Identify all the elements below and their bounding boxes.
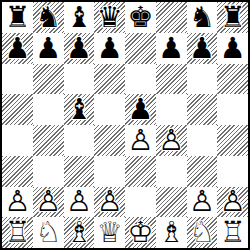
piece-black-rook[interactable]: ♜♜ — [217, 2, 248, 33]
square-a4[interactable] — [2, 125, 33, 156]
square-c8[interactable]: ♝♝ — [64, 2, 95, 33]
white-king-icon: ♔ — [125, 217, 156, 248]
square-e8[interactable]: ♚♚ — [125, 2, 156, 33]
white-pawn-icon: ♙ — [64, 187, 95, 218]
square-b7[interactable]: ♟♟ — [33, 33, 64, 64]
square-b4[interactable] — [33, 125, 64, 156]
square-b3[interactable] — [33, 156, 64, 187]
square-h8[interactable]: ♜♜ — [217, 2, 248, 33]
black-pawn-icon: ♟ — [187, 33, 218, 64]
piece-black-king[interactable]: ♚♚ — [125, 2, 156, 33]
white-pawn-icon: ♙ — [217, 187, 248, 218]
square-a8[interactable]: ♜♜ — [2, 2, 33, 33]
white-bishop-icon: ♗ — [64, 217, 95, 248]
square-d3[interactable] — [94, 156, 125, 187]
square-e3[interactable] — [125, 156, 156, 187]
black-queen-icon: ♛ — [94, 2, 125, 33]
piece-white-knight[interactable]: ♞♘ — [33, 217, 64, 248]
black-pawn-icon: ♟ — [125, 94, 156, 125]
square-b6[interactable] — [33, 64, 64, 95]
square-h6[interactable] — [217, 64, 248, 95]
white-pawn-icon: ♙ — [2, 187, 33, 218]
white-knight-icon: ♘ — [187, 217, 218, 248]
square-h2[interactable]: ♟♙ — [217, 187, 248, 218]
square-a3[interactable] — [2, 156, 33, 187]
black-rook-icon: ♜ — [217, 2, 248, 33]
white-pawn-icon: ♙ — [33, 187, 64, 218]
piece-white-pawn[interactable]: ♟♙ — [33, 187, 64, 218]
piece-black-pawn[interactable]: ♟♟ — [33, 33, 64, 64]
square-c4[interactable] — [64, 125, 95, 156]
piece-white-bishop[interactable]: ♝♗ — [64, 217, 95, 248]
piece-black-rook[interactable]: ♜♜ — [2, 2, 33, 33]
square-d7[interactable]: ♟♟ — [94, 33, 125, 64]
white-rook-icon: ♖ — [2, 217, 33, 248]
square-b2[interactable]: ♟♙ — [33, 187, 64, 218]
square-g7[interactable]: ♟♟ — [187, 33, 218, 64]
square-f8[interactable] — [156, 2, 187, 33]
square-d4[interactable] — [94, 125, 125, 156]
piece-white-rook[interactable]: ♜♖ — [2, 217, 33, 248]
square-c5[interactable]: ♝♝ — [64, 94, 95, 125]
piece-black-pawn[interactable]: ♟♟ — [125, 94, 156, 125]
square-a7[interactable]: ♟♟ — [2, 33, 33, 64]
black-pawn-icon: ♟ — [64, 33, 95, 64]
square-h1[interactable]: ♜♖ — [217, 217, 248, 248]
piece-black-pawn[interactable]: ♟♟ — [187, 33, 218, 64]
piece-white-pawn[interactable]: ♟♙ — [156, 125, 187, 156]
square-f3[interactable] — [156, 156, 187, 187]
piece-black-knight[interactable]: ♞♞ — [187, 2, 218, 33]
square-e2[interactable] — [125, 187, 156, 218]
square-f5[interactable] — [156, 94, 187, 125]
piece-white-pawn[interactable]: ♟♙ — [125, 125, 156, 156]
square-a6[interactable] — [2, 64, 33, 95]
square-g1[interactable]: ♞♘ — [187, 217, 218, 248]
square-d2[interactable]: ♟♙ — [94, 187, 125, 218]
piece-white-king[interactable]: ♚♔ — [125, 217, 156, 248]
square-c2[interactable]: ♟♙ — [64, 187, 95, 218]
piece-black-queen[interactable]: ♛♛ — [94, 2, 125, 33]
square-d8[interactable]: ♛♛ — [94, 2, 125, 33]
square-c3[interactable] — [64, 156, 95, 187]
square-d6[interactable] — [94, 64, 125, 95]
square-f1[interactable]: ♝♗ — [156, 217, 187, 248]
square-f2[interactable] — [156, 187, 187, 218]
square-f4[interactable]: ♟♙ — [156, 125, 187, 156]
piece-white-pawn[interactable]: ♟♙ — [217, 187, 248, 218]
black-bishop-icon: ♝ — [64, 2, 95, 33]
square-c7[interactable]: ♟♟ — [64, 33, 95, 64]
black-rook-icon: ♜ — [2, 2, 33, 33]
black-pawn-icon: ♟ — [217, 33, 248, 64]
white-pawn-icon: ♙ — [156, 125, 187, 156]
square-h3[interactable] — [217, 156, 248, 187]
piece-white-pawn[interactable]: ♟♙ — [94, 187, 125, 218]
black-pawn-icon: ♟ — [33, 33, 64, 64]
square-e6[interactable] — [125, 64, 156, 95]
piece-white-pawn[interactable]: ♟♙ — [64, 187, 95, 218]
square-d1[interactable]: ♛♕ — [94, 217, 125, 248]
white-rook-icon: ♖ — [217, 217, 248, 248]
white-queen-icon: ♕ — [94, 217, 125, 248]
piece-white-pawn[interactable]: ♟♙ — [187, 187, 218, 218]
black-pawn-icon: ♟ — [156, 33, 187, 64]
square-e7[interactable] — [125, 33, 156, 64]
square-g8[interactable]: ♞♞ — [187, 2, 218, 33]
piece-white-knight[interactable]: ♞♘ — [187, 217, 218, 248]
square-c6[interactable] — [64, 64, 95, 95]
black-pawn-icon: ♟ — [94, 33, 125, 64]
black-knight-icon: ♞ — [33, 2, 64, 33]
piece-black-pawn[interactable]: ♟♟ — [64, 33, 95, 64]
square-a2[interactable]: ♟♙ — [2, 187, 33, 218]
piece-black-pawn[interactable]: ♟♟ — [156, 33, 187, 64]
white-bishop-icon: ♗ — [156, 217, 187, 248]
piece-white-pawn[interactable]: ♟♙ — [2, 187, 33, 218]
white-pawn-icon: ♙ — [125, 125, 156, 156]
square-b5[interactable] — [33, 94, 64, 125]
piece-black-pawn[interactable]: ♟♟ — [2, 33, 33, 64]
piece-white-rook[interactable]: ♜♖ — [217, 217, 248, 248]
black-pawn-icon: ♟ — [2, 33, 33, 64]
square-f6[interactable] — [156, 64, 187, 95]
piece-white-queen[interactable]: ♛♕ — [94, 217, 125, 248]
square-b8[interactable]: ♞♞ — [33, 2, 64, 33]
chess-board: ♜♜♞♞♝♝♛♛♚♚♞♞♜♜♟♟♟♟♟♟♟♟♟♟♟♟♟♟♝♝♟♟♟♙♟♙♟♙♟♙… — [0, 0, 250, 250]
square-h4[interactable] — [217, 125, 248, 156]
square-h5[interactable] — [217, 94, 248, 125]
piece-black-bishop[interactable]: ♝♝ — [64, 2, 95, 33]
black-knight-icon: ♞ — [187, 2, 218, 33]
piece-white-bishop[interactable]: ♝♗ — [156, 217, 187, 248]
square-b1[interactable]: ♞♘ — [33, 217, 64, 248]
square-d5[interactable] — [94, 94, 125, 125]
white-knight-icon: ♘ — [33, 217, 64, 248]
square-a1[interactable]: ♜♖ — [2, 217, 33, 248]
white-pawn-icon: ♙ — [187, 187, 218, 218]
square-g4[interactable] — [187, 125, 218, 156]
square-h7[interactable]: ♟♟ — [217, 33, 248, 64]
piece-black-knight[interactable]: ♞♞ — [33, 2, 64, 33]
square-g5[interactable] — [187, 94, 218, 125]
square-e4[interactable]: ♟♙ — [125, 125, 156, 156]
square-g2[interactable]: ♟♙ — [187, 187, 218, 218]
piece-black-pawn[interactable]: ♟♟ — [94, 33, 125, 64]
square-f7[interactable]: ♟♟ — [156, 33, 187, 64]
square-c1[interactable]: ♝♗ — [64, 217, 95, 248]
square-e5[interactable]: ♟♟ — [125, 94, 156, 125]
square-g3[interactable] — [187, 156, 218, 187]
piece-black-pawn[interactable]: ♟♟ — [217, 33, 248, 64]
square-g6[interactable] — [187, 64, 218, 95]
black-bishop-icon: ♝ — [64, 94, 95, 125]
square-e1[interactable]: ♚♔ — [125, 217, 156, 248]
piece-black-bishop[interactable]: ♝♝ — [64, 94, 95, 125]
white-pawn-icon: ♙ — [94, 187, 125, 218]
square-a5[interactable] — [2, 94, 33, 125]
black-king-icon: ♚ — [125, 2, 156, 33]
